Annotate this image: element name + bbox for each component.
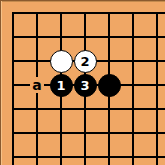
frame-bevel-left — [1, 1, 2, 165]
grid-line-horizontal — [12, 108, 165, 110]
stone-move-number: 2 — [80, 55, 89, 68]
go-board: 213a — [0, 0, 165, 165]
stone-move-number: 3 — [80, 79, 89, 92]
grid-line-vertical — [156, 12, 158, 165]
grid-line-vertical — [12, 12, 14, 165]
white-stone: 2 — [74, 50, 97, 73]
black-stone — [98, 74, 121, 97]
grid-line-horizontal — [12, 156, 165, 158]
black-stone: 3 — [74, 74, 97, 97]
black-stone: 1 — [50, 74, 73, 97]
grid-line-horizontal — [12, 36, 165, 38]
point-label-a: a — [30, 77, 44, 93]
white-stone — [50, 50, 73, 73]
grid-line-vertical — [132, 12, 134, 165]
grid-line-horizontal — [12, 132, 165, 134]
stone-move-number: 1 — [56, 79, 65, 92]
frame-bevel-top — [1, 1, 165, 2]
grid-line-horizontal — [12, 12, 165, 14]
